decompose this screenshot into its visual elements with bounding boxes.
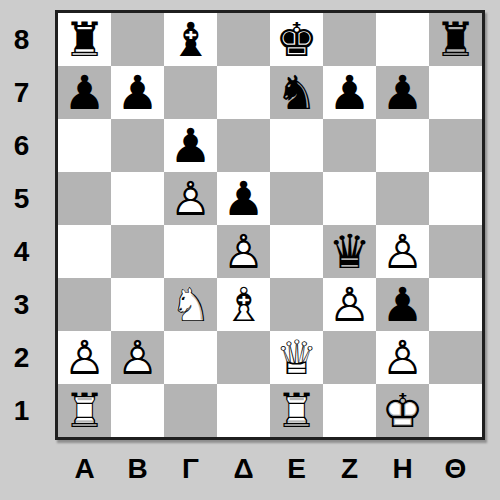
black-knight-e7: ♞ (275, 69, 317, 116)
square-d7[interactable] (217, 66, 270, 119)
file-label-b: Β (111, 448, 164, 490)
board-frame: ♜♝♚♜♟♟♞♟♟♟♟♙♟♟♙♛♟♙♞♘♝♗♟♙♟♟♙♟♙♛♕♟♙♜♖♜♖♚♔ (55, 10, 485, 440)
square-g1[interactable]: ♚♔ (376, 384, 429, 437)
black-pawn-f7: ♟ (328, 69, 370, 116)
square-a7[interactable]: ♟ (58, 66, 111, 119)
black-rook-h8: ♜ (434, 16, 476, 63)
white-pawn-a2: ♟♙ (63, 334, 105, 381)
square-b6[interactable] (111, 119, 164, 172)
square-c6[interactable]: ♟ (164, 119, 217, 172)
square-f7[interactable]: ♟ (323, 66, 376, 119)
square-a3[interactable] (58, 278, 111, 331)
square-b7[interactable]: ♟ (111, 66, 164, 119)
rank-labels: 87654321 (0, 13, 55, 437)
file-label-f: Ζ (323, 448, 376, 490)
black-pawn-a7: ♟ (63, 69, 105, 116)
square-a4[interactable] (58, 225, 111, 278)
square-f4[interactable]: ♛ (323, 225, 376, 278)
black-pawn-b7: ♟ (116, 69, 158, 116)
square-h2[interactable] (429, 331, 482, 384)
square-f2[interactable] (323, 331, 376, 384)
square-f6[interactable] (323, 119, 376, 172)
rank-label-4: 4 (0, 225, 55, 278)
square-b1[interactable] (111, 384, 164, 437)
black-queen-f4: ♛ (328, 228, 370, 275)
square-d5[interactable]: ♟ (217, 172, 270, 225)
white-pawn-d4: ♟♙ (222, 228, 264, 275)
black-bishop-c8: ♝ (169, 16, 211, 63)
square-c8[interactable]: ♝ (164, 13, 217, 66)
black-pawn-c6: ♟ (169, 122, 211, 169)
black-king-e8: ♚ (275, 16, 317, 63)
black-rook-a8: ♜ (63, 16, 105, 63)
chess-board: ♜♝♚♜♟♟♞♟♟♟♟♙♟♟♙♛♟♙♞♘♝♗♟♙♟♟♙♟♙♛♕♟♙♜♖♜♖♚♔ (58, 13, 482, 437)
square-c2[interactable] (164, 331, 217, 384)
white-rook-e1: ♜♖ (275, 387, 317, 434)
rank-label-1: 1 (0, 384, 55, 437)
square-e6[interactable] (270, 119, 323, 172)
square-e8[interactable]: ♚ (270, 13, 323, 66)
rank-label-3: 3 (0, 278, 55, 331)
white-pawn-c5: ♟♙ (169, 175, 211, 222)
square-e2[interactable]: ♛♕ (270, 331, 323, 384)
square-g8[interactable] (376, 13, 429, 66)
file-label-g: Η (376, 448, 429, 490)
white-pawn-b2: ♟♙ (116, 334, 158, 381)
file-labels: ΑΒΓΔΕΖΗΘ (58, 448, 482, 490)
square-e3[interactable] (270, 278, 323, 331)
white-pawn-g2: ♟♙ (381, 334, 423, 381)
square-d6[interactable] (217, 119, 270, 172)
square-a8[interactable]: ♜ (58, 13, 111, 66)
white-queen-e2: ♛♕ (275, 334, 317, 381)
square-d8[interactable] (217, 13, 270, 66)
square-a6[interactable] (58, 119, 111, 172)
square-h1[interactable] (429, 384, 482, 437)
square-f1[interactable] (323, 384, 376, 437)
square-a5[interactable] (58, 172, 111, 225)
white-rook-a1: ♜♖ (63, 387, 105, 434)
square-a2[interactable]: ♟♙ (58, 331, 111, 384)
square-g6[interactable] (376, 119, 429, 172)
square-f5[interactable] (323, 172, 376, 225)
square-c1[interactable] (164, 384, 217, 437)
square-e1[interactable]: ♜♖ (270, 384, 323, 437)
square-d4[interactable]: ♟♙ (217, 225, 270, 278)
white-pawn-g4: ♟♙ (381, 228, 423, 275)
square-d3[interactable]: ♝♗ (217, 278, 270, 331)
square-g2[interactable]: ♟♙ (376, 331, 429, 384)
square-d1[interactable] (217, 384, 270, 437)
square-b4[interactable] (111, 225, 164, 278)
square-g4[interactable]: ♟♙ (376, 225, 429, 278)
square-h7[interactable] (429, 66, 482, 119)
rank-label-5: 5 (0, 172, 55, 225)
file-label-a: Α (58, 448, 111, 490)
file-label-h: Θ (429, 448, 482, 490)
rank-label-6: 6 (0, 119, 55, 172)
black-pawn-g3: ♟ (381, 281, 423, 328)
square-e4[interactable] (270, 225, 323, 278)
square-c5[interactable]: ♟♙ (164, 172, 217, 225)
square-h3[interactable] (429, 278, 482, 331)
white-knight-c3: ♞♘ (169, 281, 211, 328)
rank-label-2: 2 (0, 331, 55, 384)
square-f8[interactable] (323, 13, 376, 66)
file-label-e: Ε (270, 448, 323, 490)
square-b2[interactable]: ♟♙ (111, 331, 164, 384)
square-c7[interactable] (164, 66, 217, 119)
white-king-g1: ♚♔ (381, 387, 423, 434)
square-d2[interactable] (217, 331, 270, 384)
file-label-d: Δ (217, 448, 270, 490)
square-e7[interactable]: ♞ (270, 66, 323, 119)
square-b3[interactable] (111, 278, 164, 331)
square-c4[interactable] (164, 225, 217, 278)
white-bishop-d3: ♝♗ (222, 281, 264, 328)
black-pawn-g7: ♟ (381, 69, 423, 116)
square-g7[interactable]: ♟ (376, 66, 429, 119)
square-b5[interactable] (111, 172, 164, 225)
square-b8[interactable] (111, 13, 164, 66)
square-h5[interactable] (429, 172, 482, 225)
square-h4[interactable] (429, 225, 482, 278)
square-g5[interactable] (376, 172, 429, 225)
square-f3[interactable]: ♟♙ (323, 278, 376, 331)
square-e5[interactable] (270, 172, 323, 225)
rank-label-8: 8 (0, 13, 55, 66)
file-label-c: Γ (164, 448, 217, 490)
square-h8[interactable]: ♜ (429, 13, 482, 66)
rank-label-7: 7 (0, 66, 55, 119)
square-c3[interactable]: ♞♘ (164, 278, 217, 331)
square-g3[interactable]: ♟ (376, 278, 429, 331)
square-h6[interactable] (429, 119, 482, 172)
square-a1[interactable]: ♜♖ (58, 384, 111, 437)
white-pawn-f3: ♟♙ (328, 281, 370, 328)
black-pawn-d5: ♟ (222, 175, 264, 222)
